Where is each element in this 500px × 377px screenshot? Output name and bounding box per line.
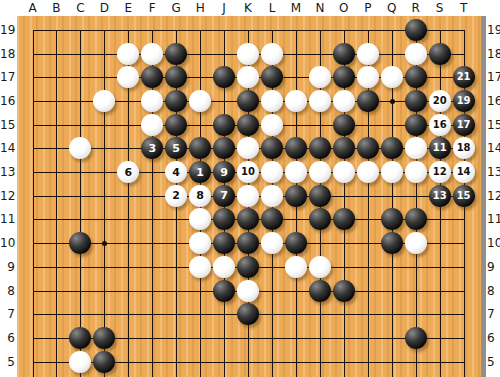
- grid-line-col-B: [56, 30, 57, 377]
- grid-line-col-A: [33, 30, 34, 377]
- row-label-left-19: 19: [0, 23, 15, 37]
- stone-L11[interactable]: [261, 208, 283, 230]
- row-label-left-16: 16: [0, 94, 15, 108]
- stone-O16[interactable]: [333, 90, 355, 112]
- stone-J15[interactable]: [213, 114, 235, 136]
- stone-J17[interactable]: [213, 66, 235, 88]
- stone-N11[interactable]: [309, 208, 331, 230]
- move-number-label: 10: [241, 167, 255, 177]
- stone-P18[interactable]: [357, 43, 379, 65]
- stone-R19[interactable]: [405, 19, 427, 41]
- grid-line-col-C: [80, 30, 81, 377]
- stone-J10[interactable]: [213, 232, 235, 254]
- star-point-D10: [102, 241, 107, 246]
- move-4-stone-G13[interactable]: 4: [165, 161, 187, 183]
- stone-H16[interactable]: [189, 90, 211, 112]
- stone-L15[interactable]: [261, 114, 283, 136]
- stone-R17[interactable]: [405, 66, 427, 88]
- move-number-label: 15: [457, 191, 471, 201]
- stone-N12[interactable]: [309, 185, 331, 207]
- move-number-label: 3: [148, 143, 156, 154]
- row-label-left-12: 12: [0, 189, 15, 203]
- row-label-left-6: 6: [0, 331, 15, 345]
- stone-L13[interactable]: [261, 161, 283, 183]
- row-label-left-7: 7: [0, 307, 15, 321]
- col-label-Q: Q: [382, 1, 402, 15]
- stone-O17[interactable]: [333, 66, 355, 88]
- move-15-stone-T12[interactable]: 15: [453, 185, 475, 207]
- row-label-right-7: 7: [487, 307, 500, 321]
- stone-O8[interactable]: [333, 280, 355, 302]
- stone-K16[interactable]: [237, 90, 259, 112]
- stone-G16[interactable]: [165, 90, 187, 112]
- stone-G18[interactable]: [165, 43, 187, 65]
- move-number-label: 4: [172, 167, 180, 178]
- stone-H14[interactable]: [189, 137, 211, 159]
- stone-N8[interactable]: [309, 280, 331, 302]
- stone-Q10[interactable]: [381, 232, 403, 254]
- stone-P16[interactable]: [357, 90, 379, 112]
- move-12-stone-S13[interactable]: 12: [429, 161, 451, 183]
- move-number-label: 16: [433, 120, 447, 130]
- move-number-label: 6: [124, 167, 132, 178]
- stone-M12[interactable]: [285, 185, 307, 207]
- stone-R15[interactable]: [405, 114, 427, 136]
- row-label-right-16: 16: [487, 94, 500, 108]
- col-label-P: P: [358, 1, 378, 15]
- stone-R10[interactable]: [405, 232, 427, 254]
- move-7-stone-J12[interactable]: 7: [213, 185, 235, 207]
- col-label-K: K: [238, 1, 258, 15]
- stone-K8[interactable]: [237, 280, 259, 302]
- move-21-stone-T17[interactable]: 21: [453, 66, 475, 88]
- stone-E18[interactable]: [117, 43, 139, 65]
- stone-R13[interactable]: [405, 161, 427, 183]
- stone-D6[interactable]: [93, 327, 115, 349]
- stone-C14[interactable]: [69, 137, 91, 159]
- move-number-label: 8: [196, 190, 204, 201]
- stone-F17[interactable]: [141, 66, 163, 88]
- stone-Q17[interactable]: [381, 66, 403, 88]
- stone-F16[interactable]: [141, 90, 163, 112]
- row-label-left-18: 18: [0, 47, 15, 61]
- col-label-T: T: [454, 1, 474, 15]
- stone-L14[interactable]: [261, 137, 283, 159]
- col-label-G: G: [166, 1, 186, 15]
- move-20-stone-S16[interactable]: 20: [429, 90, 451, 112]
- stone-Q11[interactable]: [381, 208, 403, 230]
- row-label-left-10: 10: [0, 236, 15, 250]
- move-number-label: 18: [457, 143, 471, 153]
- stone-J11[interactable]: [213, 208, 235, 230]
- col-label-M: M: [286, 1, 306, 15]
- stone-J8[interactable]: [213, 280, 235, 302]
- move-number-label: 19: [457, 96, 471, 106]
- row-label-left-8: 8: [0, 284, 15, 298]
- row-label-right-17: 17: [487, 70, 500, 84]
- stone-P13[interactable]: [357, 161, 379, 183]
- stone-K14[interactable]: [237, 137, 259, 159]
- stone-L18[interactable]: [261, 43, 283, 65]
- col-label-D: D: [94, 1, 114, 15]
- col-label-H: H: [190, 1, 210, 15]
- move-11-stone-S14[interactable]: 11: [429, 137, 451, 159]
- stone-J9[interactable]: [213, 256, 235, 278]
- stone-K18[interactable]: [237, 43, 259, 65]
- stone-M9[interactable]: [285, 256, 307, 278]
- col-label-A: A: [23, 1, 43, 15]
- move-number-label: 21: [457, 72, 471, 82]
- stone-O13[interactable]: [333, 161, 355, 183]
- row-label-right-5: 5: [487, 355, 500, 369]
- stone-J14[interactable]: [213, 137, 235, 159]
- stone-P17[interactable]: [357, 66, 379, 88]
- stone-M14[interactable]: [285, 137, 307, 159]
- stone-F18[interactable]: [141, 43, 163, 65]
- move-18-stone-T14[interactable]: 18: [453, 137, 475, 159]
- stone-E17[interactable]: [117, 66, 139, 88]
- stone-F15[interactable]: [141, 114, 163, 136]
- row-label-left-13: 13: [0, 165, 15, 179]
- grid-line-col-D: [104, 30, 105, 377]
- go-board-panel: ABCDEFGHJKLMNOPQRST 19181716151413121110…: [0, 0, 500, 377]
- move-3-stone-F14[interactable]: 3: [141, 137, 163, 159]
- move-13-stone-S12[interactable]: 13: [429, 185, 451, 207]
- stone-O15[interactable]: [333, 114, 355, 136]
- row-label-left-9: 9: [0, 260, 15, 274]
- col-label-R: R: [406, 1, 426, 15]
- row-label-right-11: 11: [487, 212, 500, 226]
- row-label-right-8: 8: [487, 284, 500, 298]
- stone-K11[interactable]: [237, 208, 259, 230]
- move-16-stone-S15[interactable]: 16: [429, 114, 451, 136]
- stone-K17[interactable]: [237, 66, 259, 88]
- row-label-left-17: 17: [0, 70, 15, 84]
- stone-K12[interactable]: [237, 185, 259, 207]
- row-label-right-10: 10: [487, 236, 500, 250]
- move-number-label: 2: [172, 190, 180, 201]
- move-number-label: 9: [220, 167, 228, 178]
- stone-D16[interactable]: [93, 90, 115, 112]
- row-label-left-11: 11: [0, 212, 15, 226]
- stone-L17[interactable]: [261, 66, 283, 88]
- move-9-stone-J13[interactable]: 9: [213, 161, 235, 183]
- stone-O11[interactable]: [333, 208, 355, 230]
- move-6-stone-E13[interactable]: 6: [117, 161, 139, 183]
- stone-K10[interactable]: [237, 232, 259, 254]
- col-label-B: B: [46, 1, 66, 15]
- stone-N13[interactable]: [309, 161, 331, 183]
- stone-N16[interactable]: [309, 90, 331, 112]
- stone-R6[interactable]: [405, 327, 427, 349]
- col-label-J: J: [214, 1, 234, 15]
- stone-R14[interactable]: [405, 137, 427, 159]
- move-8-stone-H12[interactable]: 8: [189, 185, 211, 207]
- move-17-stone-T15[interactable]: 17: [453, 114, 475, 136]
- stone-G15[interactable]: [165, 114, 187, 136]
- row-label-right-9: 9: [487, 260, 500, 274]
- stone-G17[interactable]: [165, 66, 187, 88]
- stone-D5[interactable]: [93, 351, 115, 373]
- row-label-left-14: 14: [0, 141, 15, 155]
- move-19-stone-T16[interactable]: 19: [453, 90, 475, 112]
- stone-K7[interactable]: [237, 303, 259, 325]
- row-label-right-19: 19: [487, 23, 500, 37]
- stone-M16[interactable]: [285, 90, 307, 112]
- stone-K15[interactable]: [237, 114, 259, 136]
- stone-O18[interactable]: [333, 43, 355, 65]
- col-label-C: C: [70, 1, 90, 15]
- row-label-right-13: 13: [487, 165, 500, 179]
- stone-R18[interactable]: [405, 43, 427, 65]
- move-10-stone-K13[interactable]: 10: [237, 161, 259, 183]
- stone-R11[interactable]: [405, 208, 427, 230]
- board-edge-shadow: [481, 16, 486, 377]
- stone-Q13[interactable]: [381, 161, 403, 183]
- move-number-label: 1: [196, 167, 204, 178]
- stone-R16[interactable]: [405, 90, 427, 112]
- stone-H10[interactable]: [189, 232, 211, 254]
- stone-C10[interactable]: [69, 232, 91, 254]
- go-board[interactable]: 212019161735111864191012142871315: [17, 16, 481, 377]
- stone-N17[interactable]: [309, 66, 331, 88]
- move-number-label: 12: [433, 167, 447, 177]
- col-label-N: N: [310, 1, 330, 15]
- move-1-stone-H13[interactable]: 1: [189, 161, 211, 183]
- stone-C5[interactable]: [69, 351, 91, 373]
- move-number-label: 13: [433, 191, 447, 201]
- stone-S18[interactable]: [429, 43, 451, 65]
- move-5-stone-G14[interactable]: 5: [165, 137, 187, 159]
- stone-Q14[interactable]: [381, 137, 403, 159]
- stone-M13[interactable]: [285, 161, 307, 183]
- stone-H9[interactable]: [189, 256, 211, 278]
- row-label-right-14: 14: [487, 141, 500, 155]
- move-number-label: 11: [433, 143, 447, 153]
- move-number-label: 17: [457, 120, 471, 130]
- col-label-L: L: [262, 1, 282, 15]
- row-label-right-12: 12: [487, 189, 500, 203]
- stone-L16[interactable]: [261, 90, 283, 112]
- stone-O14[interactable]: [333, 137, 355, 159]
- stone-N9[interactable]: [309, 256, 331, 278]
- stone-H11[interactable]: [189, 208, 211, 230]
- stone-P14[interactable]: [357, 137, 379, 159]
- move-number-label: 5: [172, 143, 180, 154]
- row-label-left-15: 15: [0, 118, 15, 132]
- move-number-label: 7: [220, 190, 228, 201]
- row-label-left-5: 5: [0, 355, 15, 369]
- col-label-E: E: [118, 1, 138, 15]
- stone-M10[interactable]: [285, 232, 307, 254]
- stone-K9[interactable]: [237, 256, 259, 278]
- col-label-O: O: [334, 1, 354, 15]
- star-point-Q16: [390, 99, 395, 104]
- col-label-S: S: [430, 1, 450, 15]
- stone-L12[interactable]: [261, 185, 283, 207]
- move-14-stone-T13[interactable]: 14: [453, 161, 475, 183]
- stone-N14[interactable]: [309, 137, 331, 159]
- row-label-right-15: 15: [487, 118, 500, 132]
- stone-C6[interactable]: [69, 327, 91, 349]
- row-label-right-18: 18: [487, 47, 500, 61]
- move-number-label: 14: [457, 167, 471, 177]
- move-number-label: 20: [433, 96, 447, 106]
- stone-L10[interactable]: [261, 232, 283, 254]
- row-label-right-6: 6: [487, 331, 500, 345]
- col-label-F: F: [142, 1, 162, 15]
- move-2-stone-G12[interactable]: 2: [165, 185, 187, 207]
